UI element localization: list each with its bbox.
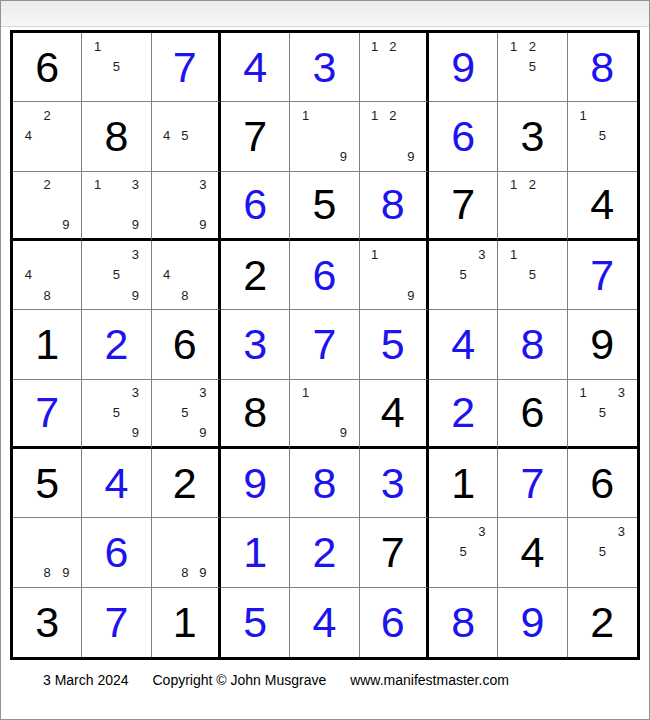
given-digit: 9 <box>590 323 614 366</box>
cell-r4c7[interactable]: 35 <box>429 241 498 310</box>
cell-r3c8[interactable]: 12 <box>498 172 567 241</box>
cell-r6c4[interactable]: 8 <box>221 380 290 449</box>
given-digit: 2 <box>590 601 614 644</box>
pencil-mark: 9 <box>126 285 145 305</box>
pencil-marks: 12 <box>498 172 566 238</box>
cell-r6c2[interactable]: 359 <box>82 380 151 449</box>
cell-r3c6[interactable]: 8 <box>360 172 429 241</box>
pencil-mark: 3 <box>194 383 212 403</box>
pencil-marks: 15 <box>568 102 637 170</box>
cell-r6c5[interactable]: 19 <box>290 380 359 449</box>
pencil-marks: 139 <box>82 172 150 238</box>
solved-digit: 8 <box>313 462 337 505</box>
cell-r6c8[interactable]: 6 <box>498 380 567 449</box>
cell-r6c6[interactable]: 4 <box>360 380 429 449</box>
given-digit: 8 <box>243 391 267 434</box>
footer-website: www.manifestmaster.com <box>350 672 509 688</box>
pencil-marks: 19 <box>290 102 358 170</box>
cell-r9c9[interactable]: 2 <box>568 588 637 657</box>
cell-r4c9[interactable]: 7 <box>568 241 637 310</box>
pencil-marks: 19 <box>360 241 426 309</box>
cell-r4c2[interactable]: 359 <box>82 241 151 310</box>
solved-digit: 4 <box>105 462 129 505</box>
solved-digit: 5 <box>381 323 405 366</box>
cell-r8c4[interactable]: 1 <box>221 518 290 587</box>
pencil-marks: 15 <box>498 241 566 309</box>
solved-digit: 2 <box>105 323 129 366</box>
pencil-mark: 1 <box>504 175 523 195</box>
cell-r5c3[interactable]: 6 <box>152 310 221 379</box>
given-digit: 6 <box>590 462 614 505</box>
cell-r8c2[interactable]: 6 <box>82 518 151 587</box>
cell-r3c1[interactable]: 29 <box>13 172 82 241</box>
cell-r6c7[interactable]: 2 <box>429 380 498 449</box>
pencil-mark: 8 <box>176 285 194 305</box>
cell-r5c6[interactable]: 5 <box>360 310 429 379</box>
cell-r7c6[interactable]: 3 <box>360 449 429 518</box>
cell-r3c4[interactable]: 6 <box>221 172 290 241</box>
pencil-mark: 2 <box>384 36 402 56</box>
pencil-marks: 89 <box>13 518 81 586</box>
pencil-marks: 19 <box>290 380 358 446</box>
cell-r7c8[interactable]: 7 <box>498 449 567 518</box>
pencil-marks: 39 <box>152 172 218 238</box>
pencil-mark: 3 <box>473 521 492 541</box>
cell-r1c8[interactable]: 125 <box>498 33 567 102</box>
pencil-mark: 5 <box>454 542 473 562</box>
pencil-mark: 5 <box>454 264 473 284</box>
sudoku-board: 6157431291258248457191296315291393965871… <box>10 30 640 660</box>
given-digit: 2 <box>173 462 197 505</box>
cell-r1c4[interactable]: 4 <box>221 33 290 102</box>
cell-r9c8[interactable]: 9 <box>498 588 567 657</box>
cell-r7c3[interactable]: 2 <box>152 449 221 518</box>
pencil-mark: 9 <box>334 422 353 442</box>
given-digit: 4 <box>521 531 545 574</box>
pencil-marks: 89 <box>152 518 218 586</box>
pencil-mark: 1 <box>366 244 384 264</box>
pencil-mark: 5 <box>176 402 194 422</box>
footer-date: 3 March 2024 <box>43 672 129 688</box>
cell-r4c1[interactable]: 48 <box>13 241 82 310</box>
pencil-mark: 1 <box>88 175 107 195</box>
cell-r8c9[interactable]: 35 <box>568 518 637 587</box>
cell-r9c6[interactable]: 6 <box>360 588 429 657</box>
solved-digit: 5 <box>243 601 267 644</box>
solved-digit: 8 <box>521 323 545 366</box>
cell-r4c6[interactable]: 19 <box>360 241 429 310</box>
pencil-mark: 4 <box>158 264 176 284</box>
pencil-marks: 29 <box>13 172 81 238</box>
solved-digit: 6 <box>451 115 475 158</box>
pencil-mark: 1 <box>574 383 593 403</box>
pencil-mark: 2 <box>523 36 542 56</box>
cell-r3c9[interactable]: 4 <box>568 172 637 241</box>
pencil-mark: 9 <box>126 422 145 442</box>
pencil-mark: 9 <box>334 146 353 166</box>
cell-r7c2[interactable]: 4 <box>82 449 151 518</box>
pencil-mark: 5 <box>107 56 126 76</box>
given-digit: 8 <box>105 115 129 158</box>
pencil-marks: 35 <box>568 518 637 586</box>
cell-r6c3[interactable]: 359 <box>152 380 221 449</box>
pencil-mark: 9 <box>126 214 145 234</box>
cell-r3c5[interactable]: 5 <box>290 172 359 241</box>
sudoku-app-window: 6157431291258248457191296315291393965871… <box>0 0 650 720</box>
cell-r6c9[interactable]: 135 <box>568 380 637 449</box>
pencil-mark: 3 <box>194 175 212 195</box>
pencil-mark: 9 <box>194 422 212 442</box>
cell-r8c6[interactable]: 7 <box>360 518 429 587</box>
given-digit: 6 <box>35 46 59 89</box>
cell-r2c5[interactable]: 19 <box>290 102 359 171</box>
pencil-marks: 35 <box>429 518 497 586</box>
cell-r7c9[interactable]: 6 <box>568 449 637 518</box>
cell-r6c1[interactable]: 7 <box>13 380 82 449</box>
pencil-marks: 15 <box>82 33 150 101</box>
pencil-mark: 5 <box>176 126 194 146</box>
cell-r7c7[interactable]: 1 <box>429 449 498 518</box>
pencil-marks: 48 <box>152 241 218 309</box>
pencil-mark: 5 <box>523 264 542 284</box>
given-digit: 7 <box>381 531 405 574</box>
pencil-mark: 1 <box>296 105 315 125</box>
cell-r1c5[interactable]: 3 <box>290 33 359 102</box>
cell-r1c2[interactable]: 15 <box>82 33 151 102</box>
pencil-marks: 359 <box>82 380 150 446</box>
cell-r5c7[interactable]: 4 <box>429 310 498 379</box>
cell-r3c3[interactable]: 39 <box>152 172 221 241</box>
pencil-mark: 2 <box>38 175 57 195</box>
cell-r1c6[interactable]: 12 <box>360 33 429 102</box>
pencil-mark: 1 <box>574 105 593 125</box>
cell-r1c9[interactable]: 8 <box>568 33 637 102</box>
pencil-mark: 1 <box>366 105 384 125</box>
pencil-marks: 35 <box>429 241 497 309</box>
cell-r8c8[interactable]: 4 <box>498 518 567 587</box>
solved-digit: 8 <box>381 183 405 226</box>
pencil-marks: 45 <box>152 102 218 170</box>
cell-r8c7[interactable]: 35 <box>429 518 498 587</box>
given-digit: 3 <box>521 115 545 158</box>
solved-digit: 8 <box>590 46 614 89</box>
cell-r9c4[interactable]: 5 <box>221 588 290 657</box>
pencil-mark: 4 <box>19 126 38 146</box>
given-digit: 1 <box>451 462 475 505</box>
cell-r1c3[interactable]: 7 <box>152 33 221 102</box>
pencil-marks: 359 <box>152 380 218 446</box>
solved-digit: 3 <box>313 46 337 89</box>
cell-r7c1[interactable]: 5 <box>13 449 82 518</box>
pencil-mark: 5 <box>107 402 126 422</box>
solved-digit: 4 <box>313 601 337 644</box>
cell-r3c7[interactable]: 7 <box>429 172 498 241</box>
solved-digit: 7 <box>35 391 59 434</box>
footer-copyright: Copyright © John Musgrave <box>153 672 327 688</box>
given-digit: 1 <box>35 323 59 366</box>
pencil-marks: 135 <box>568 380 637 446</box>
pencil-mark: 8 <box>38 285 57 305</box>
cell-r9c1[interactable]: 3 <box>13 588 82 657</box>
pencil-mark: 9 <box>194 214 212 234</box>
pencil-mark: 1 <box>296 383 315 403</box>
solved-digit: 3 <box>243 323 267 366</box>
given-digit: 4 <box>590 183 614 226</box>
cell-r9c5[interactable]: 4 <box>290 588 359 657</box>
pencil-mark: 9 <box>402 146 420 166</box>
cell-r9c7[interactable]: 8 <box>429 588 498 657</box>
solved-digit: 6 <box>313 254 337 297</box>
cell-r1c1[interactable]: 6 <box>13 33 82 102</box>
given-digit: 6 <box>521 391 545 434</box>
solved-digit: 9 <box>451 46 475 89</box>
pencil-mark: 5 <box>593 542 612 562</box>
cell-r8c5[interactable]: 2 <box>290 518 359 587</box>
cell-r7c5[interactable]: 8 <box>290 449 359 518</box>
cell-r5c4[interactable]: 3 <box>221 310 290 379</box>
cell-r2c6[interactable]: 129 <box>360 102 429 171</box>
pencil-mark: 5 <box>107 264 126 284</box>
pencil-mark: 3 <box>473 244 492 264</box>
cell-r8c3[interactable]: 89 <box>152 518 221 587</box>
cell-r4c5[interactable]: 6 <box>290 241 359 310</box>
pencil-mark: 2 <box>38 105 57 125</box>
cell-r2c7[interactable]: 6 <box>429 102 498 171</box>
pencil-mark: 4 <box>158 126 176 146</box>
cell-r4c3[interactable]: 48 <box>152 241 221 310</box>
given-digit: 5 <box>35 462 59 505</box>
pencil-mark: 8 <box>176 562 194 582</box>
cell-r3c2[interactable]: 139 <box>82 172 151 241</box>
solved-digit: 6 <box>381 601 405 644</box>
pencil-mark: 2 <box>384 105 402 125</box>
pencil-marks: 12 <box>360 33 426 101</box>
cell-r9c2[interactable]: 7 <box>82 588 151 657</box>
given-digit: 5 <box>313 183 337 226</box>
window-titlebar <box>1 1 649 27</box>
solved-digit: 7 <box>590 254 614 297</box>
pencil-mark: 3 <box>126 244 145 264</box>
given-digit: 1 <box>173 601 197 644</box>
cell-r2c2[interactable]: 8 <box>82 102 151 171</box>
pencil-mark: 1 <box>504 36 523 56</box>
pencil-marks: 48 <box>13 241 81 309</box>
pencil-mark: 1 <box>88 36 107 56</box>
solved-digit: 3 <box>381 462 405 505</box>
given-digit: 7 <box>451 183 475 226</box>
pencil-mark: 4 <box>19 264 38 284</box>
pencil-marks: 359 <box>82 241 150 309</box>
pencil-mark: 5 <box>593 126 612 146</box>
solved-digit: 7 <box>105 601 129 644</box>
pencil-mark: 2 <box>523 175 542 195</box>
pencil-mark: 8 <box>38 562 57 582</box>
pencil-mark: 3 <box>126 383 145 403</box>
pencil-mark: 3 <box>126 175 145 195</box>
pencil-marks: 129 <box>360 102 426 170</box>
cell-r2c4[interactable]: 7 <box>221 102 290 171</box>
pencil-mark: 9 <box>194 562 212 582</box>
pencil-mark: 9 <box>57 562 76 582</box>
given-digit: 4 <box>381 391 405 434</box>
solved-digit: 8 <box>451 601 475 644</box>
cell-r7c4[interactable]: 9 <box>221 449 290 518</box>
pencil-mark: 3 <box>612 383 631 403</box>
cell-r5c9[interactable]: 9 <box>568 310 637 379</box>
footer: 3 March 2024 Copyright © John Musgrave w… <box>43 672 509 688</box>
given-digit: 3 <box>35 601 59 644</box>
solved-digit: 4 <box>243 46 267 89</box>
cell-r8c1[interactable]: 89 <box>13 518 82 587</box>
solved-digit: 7 <box>173 46 197 89</box>
solved-digit: 9 <box>521 601 545 644</box>
cell-r5c2[interactable]: 2 <box>82 310 151 379</box>
solved-digit: 4 <box>451 323 475 366</box>
cell-r4c8[interactable]: 15 <box>498 241 567 310</box>
solved-digit: 7 <box>313 323 337 366</box>
pencil-mark: 3 <box>612 521 631 541</box>
solved-digit: 9 <box>243 462 267 505</box>
solved-digit: 6 <box>105 531 129 574</box>
cell-r2c9[interactable]: 15 <box>568 102 637 171</box>
pencil-mark: 5 <box>593 402 612 422</box>
cell-r9c3[interactable]: 1 <box>152 588 221 657</box>
given-digit: 6 <box>173 323 197 366</box>
cell-r5c5[interactable]: 7 <box>290 310 359 379</box>
solved-digit: 2 <box>313 531 337 574</box>
pencil-mark: 9 <box>57 214 76 234</box>
cell-r4c4[interactable]: 2 <box>221 241 290 310</box>
solved-digit: 1 <box>243 531 267 574</box>
pencil-mark: 9 <box>402 285 420 305</box>
pencil-mark: 5 <box>523 56 542 76</box>
solved-digit: 2 <box>451 391 475 434</box>
cell-r5c1[interactable]: 1 <box>13 310 82 379</box>
solved-digit: 6 <box>243 183 267 226</box>
cell-r2c8[interactable]: 3 <box>498 102 567 171</box>
solved-digit: 7 <box>521 462 545 505</box>
cell-r2c1[interactable]: 24 <box>13 102 82 171</box>
pencil-mark: 1 <box>366 36 384 56</box>
given-digit: 7 <box>243 115 267 158</box>
cell-r5c8[interactable]: 8 <box>498 310 567 379</box>
pencil-mark: 1 <box>504 244 523 264</box>
pencil-marks: 24 <box>13 102 81 170</box>
cell-r2c3[interactable]: 45 <box>152 102 221 171</box>
pencil-marks: 125 <box>498 33 566 101</box>
given-digit: 2 <box>243 254 267 297</box>
cell-r1c7[interactable]: 9 <box>429 33 498 102</box>
